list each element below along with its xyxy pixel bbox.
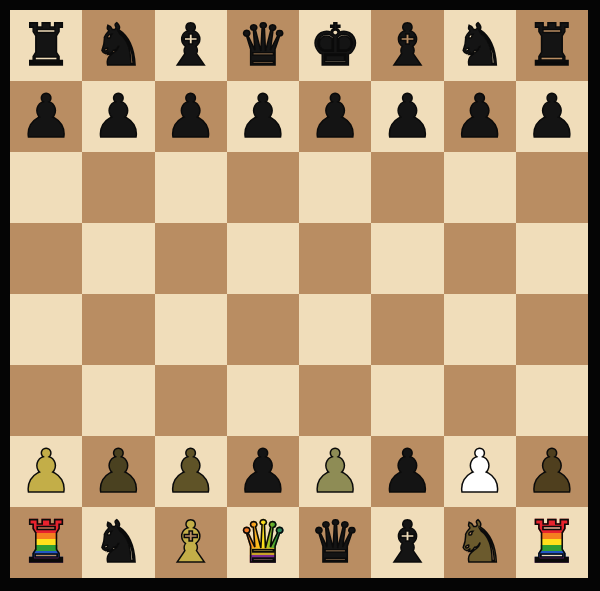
piece-rainbow-rook[interactable]: ♜ — [516, 507, 588, 578]
piece-black-knight[interactable]: ♞ — [444, 10, 516, 81]
square-h7[interactable]: ♟ — [516, 81, 588, 152]
piece-gold-bishop[interactable]: ♝ — [155, 507, 227, 578]
square-g3[interactable] — [444, 365, 516, 436]
square-b7[interactable]: ♟ — [82, 81, 154, 152]
piece-olive-brown-pawn[interactable]: ♟ — [155, 436, 227, 507]
piece-black-pawn[interactable]: ♟ — [444, 81, 516, 152]
square-e5[interactable] — [299, 223, 371, 294]
piece-black-knight[interactable]: ♞ — [82, 507, 154, 578]
square-f7[interactable]: ♟ — [371, 81, 443, 152]
piece-black-pawn[interactable]: ♟ — [227, 81, 299, 152]
square-f1[interactable]: ♝ — [371, 507, 443, 578]
square-d4[interactable] — [227, 294, 299, 365]
square-c1[interactable]: ♝ — [155, 507, 227, 578]
piece-black-rook[interactable]: ♜ — [10, 10, 82, 81]
square-a4[interactable] — [10, 294, 82, 365]
piece-black-bishop[interactable]: ♝ — [371, 507, 443, 578]
square-e4[interactable] — [299, 294, 371, 365]
square-f6[interactable] — [371, 152, 443, 223]
square-e1[interactable]: ♛ — [299, 507, 371, 578]
square-d2[interactable]: ♟ — [227, 436, 299, 507]
chess-app-window: ♜♞♝♛♚♝♞♜♟♟♟♟♟♟♟♟♟♟♟♟♟♟♟♟♜♞♝♛♛♝♞♜ — [0, 0, 600, 591]
piece-brown-knight[interactable]: ♞ — [444, 507, 516, 578]
square-a8[interactable]: ♜ — [10, 10, 82, 81]
square-b5[interactable] — [82, 223, 154, 294]
piece-black-pawn[interactable]: ♟ — [82, 81, 154, 152]
square-f2[interactable]: ♟ — [371, 436, 443, 507]
square-f4[interactable] — [371, 294, 443, 365]
square-g7[interactable]: ♟ — [444, 81, 516, 152]
piece-black-pawn[interactable]: ♟ — [371, 81, 443, 152]
piece-black-pawn[interactable]: ♟ — [516, 81, 588, 152]
square-a6[interactable] — [10, 152, 82, 223]
square-f8[interactable]: ♝ — [371, 10, 443, 81]
square-h4[interactable] — [516, 294, 588, 365]
square-c4[interactable] — [155, 294, 227, 365]
square-c5[interactable] — [155, 223, 227, 294]
piece-black-pawn[interactable]: ♟ — [227, 436, 299, 507]
piece-black-knight[interactable]: ♞ — [82, 10, 154, 81]
piece-rainbow-queen[interactable]: ♛ — [227, 507, 299, 578]
square-g5[interactable] — [444, 223, 516, 294]
square-g1[interactable]: ♞ — [444, 507, 516, 578]
piece-black-king[interactable]: ♚ — [299, 10, 371, 81]
chess-board: ♜♞♝♛♚♝♞♜♟♟♟♟♟♟♟♟♟♟♟♟♟♟♟♟♜♞♝♛♛♝♞♜ — [10, 10, 588, 578]
square-d8[interactable]: ♛ — [227, 10, 299, 81]
square-c3[interactable] — [155, 365, 227, 436]
square-d6[interactable] — [227, 152, 299, 223]
square-g6[interactable] — [444, 152, 516, 223]
square-a2[interactable]: ♟ — [10, 436, 82, 507]
square-c6[interactable] — [155, 152, 227, 223]
square-d7[interactable]: ♟ — [227, 81, 299, 152]
piece-black-pawn[interactable]: ♟ — [10, 81, 82, 152]
square-e3[interactable] — [299, 365, 371, 436]
square-h2[interactable]: ♟ — [516, 436, 588, 507]
square-e8[interactable]: ♚ — [299, 10, 371, 81]
square-f5[interactable] — [371, 223, 443, 294]
square-c8[interactable]: ♝ — [155, 10, 227, 81]
piece-dark-olive-pawn[interactable]: ♟ — [82, 436, 154, 507]
piece-black-rook[interactable]: ♜ — [516, 10, 588, 81]
piece-white-pawn[interactable]: ♟ — [444, 436, 516, 507]
piece-black-pawn[interactable]: ♟ — [371, 436, 443, 507]
piece-dark-brown-pawn[interactable]: ♟ — [516, 436, 588, 507]
square-d5[interactable] — [227, 223, 299, 294]
square-b8[interactable]: ♞ — [82, 10, 154, 81]
square-a1[interactable]: ♜ — [10, 507, 82, 578]
square-a3[interactable] — [10, 365, 82, 436]
square-g2[interactable]: ♟ — [444, 436, 516, 507]
square-e2[interactable]: ♟ — [299, 436, 371, 507]
square-b6[interactable] — [82, 152, 154, 223]
piece-rainbow-rook[interactable]: ♜ — [10, 507, 82, 578]
square-f3[interactable] — [371, 365, 443, 436]
square-c2[interactable]: ♟ — [155, 436, 227, 507]
square-h6[interactable] — [516, 152, 588, 223]
piece-black-pawn[interactable]: ♟ — [299, 81, 371, 152]
square-d1[interactable]: ♛ — [227, 507, 299, 578]
piece-black-bishop[interactable]: ♝ — [371, 10, 443, 81]
piece-black-bishop[interactable]: ♝ — [155, 10, 227, 81]
square-h5[interactable] — [516, 223, 588, 294]
piece-black-queen[interactable]: ♛ — [227, 10, 299, 81]
square-h8[interactable]: ♜ — [516, 10, 588, 81]
square-g4[interactable] — [444, 294, 516, 365]
square-h1[interactable]: ♜ — [516, 507, 588, 578]
square-h3[interactable] — [516, 365, 588, 436]
square-d3[interactable] — [227, 365, 299, 436]
piece-gold-pawn[interactable]: ♟ — [10, 436, 82, 507]
square-b3[interactable] — [82, 365, 154, 436]
square-e7[interactable]: ♟ — [299, 81, 371, 152]
square-b1[interactable]: ♞ — [82, 507, 154, 578]
piece-black-pawn[interactable]: ♟ — [155, 81, 227, 152]
square-c7[interactable]: ♟ — [155, 81, 227, 152]
piece-olive-pawn[interactable]: ♟ — [299, 436, 371, 507]
piece-black-queen[interactable]: ♛ — [299, 507, 371, 578]
square-a5[interactable] — [10, 223, 82, 294]
square-g8[interactable]: ♞ — [444, 10, 516, 81]
square-b4[interactable] — [82, 294, 154, 365]
square-b2[interactable]: ♟ — [82, 436, 154, 507]
square-e6[interactable] — [299, 152, 371, 223]
square-a7[interactable]: ♟ — [10, 81, 82, 152]
